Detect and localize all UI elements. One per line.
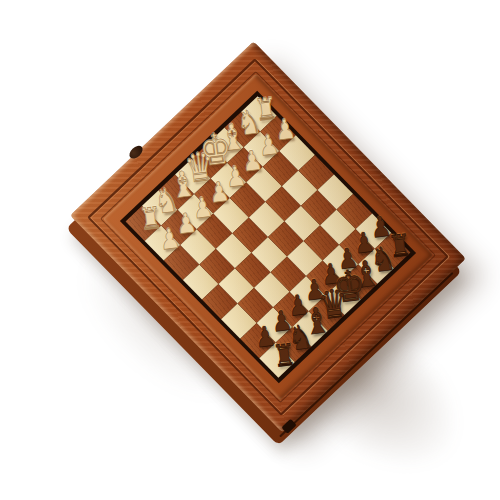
product-photo: ♜♞♝♛♚♝♞♜♟♟♟♟♟♟♟♟♟♟♟♟♟♟♟♟♜♞♝♛♚♝♞♜ <box>0 0 500 500</box>
piece-black-rook[interactable]: ♜ <box>271 340 298 371</box>
chess-board: ♜♞♝♛♚♝♞♜♟♟♟♟♟♟♟♟♟♟♟♟♟♟♟♟♜♞♝♛♚♝♞♜ <box>70 41 466 432</box>
piece-white-pawn[interactable]: ♟ <box>156 223 183 254</box>
inner-trim: ♜♞♝♛♚♝♞♜♟♟♟♟♟♟♟♟♟♟♟♟♟♟♟♟♜♞♝♛♚♝♞♜ <box>120 91 416 384</box>
board-frame: ♜♞♝♛♚♝♞♜♟♟♟♟♟♟♟♟♟♟♟♟♟♟♟♟♜♞♝♛♚♝♞♜ <box>70 41 466 432</box>
